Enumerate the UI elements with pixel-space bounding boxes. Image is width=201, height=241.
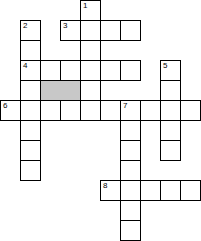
crossword-cell[interactable] bbox=[20, 100, 41, 121]
crossword-cell[interactable] bbox=[20, 40, 41, 61]
crossword-cell[interactable] bbox=[120, 120, 141, 141]
crossword-cell[interactable] bbox=[120, 140, 141, 161]
shaded-cell[interactable] bbox=[40, 80, 81, 101]
clue-number: 8 bbox=[103, 181, 107, 190]
crossword-cell[interactable] bbox=[140, 100, 161, 121]
crossword-cell[interactable] bbox=[120, 220, 141, 241]
crossword-cell[interactable]: 3 bbox=[60, 20, 81, 41]
clue-number: 4 bbox=[23, 61, 27, 70]
crossword-cell[interactable] bbox=[100, 20, 121, 41]
crossword-cell[interactable]: 5 bbox=[160, 60, 181, 81]
crossword-cell[interactable] bbox=[80, 60, 101, 81]
crossword-cell[interactable] bbox=[160, 100, 181, 121]
crossword-cell[interactable]: 7 bbox=[120, 100, 141, 121]
crossword-grid: 12345678 bbox=[0, 0, 201, 241]
clue-number: 7 bbox=[123, 101, 127, 110]
crossword-cell[interactable] bbox=[40, 100, 61, 121]
crossword-cell[interactable]: 2 bbox=[20, 20, 41, 41]
crossword-cell[interactable] bbox=[120, 60, 141, 81]
crossword-cell[interactable] bbox=[100, 100, 121, 121]
crossword-cell[interactable]: 8 bbox=[100, 180, 121, 201]
crossword-cell[interactable] bbox=[160, 120, 181, 141]
crossword-cell[interactable] bbox=[80, 100, 101, 121]
crossword-cell[interactable] bbox=[60, 100, 81, 121]
crossword-cell[interactable] bbox=[80, 80, 101, 101]
crossword-cell[interactable] bbox=[20, 160, 41, 181]
crossword-cell[interactable]: 6 bbox=[0, 100, 21, 121]
crossword-cell[interactable] bbox=[20, 140, 41, 161]
crossword-cell[interactable] bbox=[20, 120, 41, 141]
crossword-cell[interactable] bbox=[100, 60, 121, 81]
crossword-cell[interactable]: 1 bbox=[80, 0, 101, 21]
crossword-cell[interactable] bbox=[80, 40, 101, 61]
crossword-cell[interactable] bbox=[120, 20, 141, 41]
clue-number: 5 bbox=[163, 61, 167, 70]
crossword-cell[interactable] bbox=[20, 80, 41, 101]
crossword-cell[interactable] bbox=[40, 60, 61, 81]
crossword-cell[interactable]: 4 bbox=[20, 60, 41, 81]
crossword-cell[interactable] bbox=[160, 140, 181, 161]
crossword-cell[interactable] bbox=[60, 60, 81, 81]
clue-number: 2 bbox=[23, 21, 27, 30]
clue-number: 6 bbox=[3, 101, 7, 110]
crossword-cell[interactable] bbox=[180, 180, 201, 201]
crossword-cell[interactable] bbox=[120, 180, 141, 201]
crossword-cell[interactable] bbox=[140, 180, 161, 201]
crossword-cell[interactable] bbox=[180, 100, 201, 121]
clue-number: 3 bbox=[63, 21, 67, 30]
crossword-cell[interactable] bbox=[160, 80, 181, 101]
crossword-cell[interactable] bbox=[120, 200, 141, 221]
crossword-cell[interactable] bbox=[80, 20, 101, 41]
clue-number: 1 bbox=[83, 1, 87, 10]
crossword-cell[interactable] bbox=[120, 160, 141, 181]
crossword-cell[interactable] bbox=[160, 180, 181, 201]
